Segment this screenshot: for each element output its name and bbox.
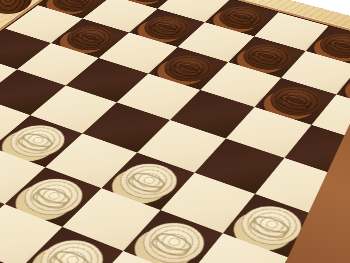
light-man-glyph: ⛀	[116, 159, 180, 202]
checkers-board-photo: ⛂⛂⛂⛂⛂⛂⛂⛂⛂⛂⛂⛂⛀⛀⛀⛀⛀⛀⛀⛀⛀⛀⛀⛀ Checkers (Engli…	[0, 0, 350, 263]
board-grid: ⛂⛂⛂⛂⛂⛂⛂⛂⛂⛂⛂⛂⛀⛀⛀⛀⛀⛀⛀⛀⛀⛀⛀⛀	[0, 0, 350, 263]
checkers-board: ⛂⛂⛂⛂⛂⛂⛂⛂⛂⛂⛂⛂⛀⛀⛀⛀⛀⛀⛀⛀⛀⛀⛀⛀	[0, 0, 350, 263]
light-man-glyph: ⛀	[139, 218, 208, 263]
